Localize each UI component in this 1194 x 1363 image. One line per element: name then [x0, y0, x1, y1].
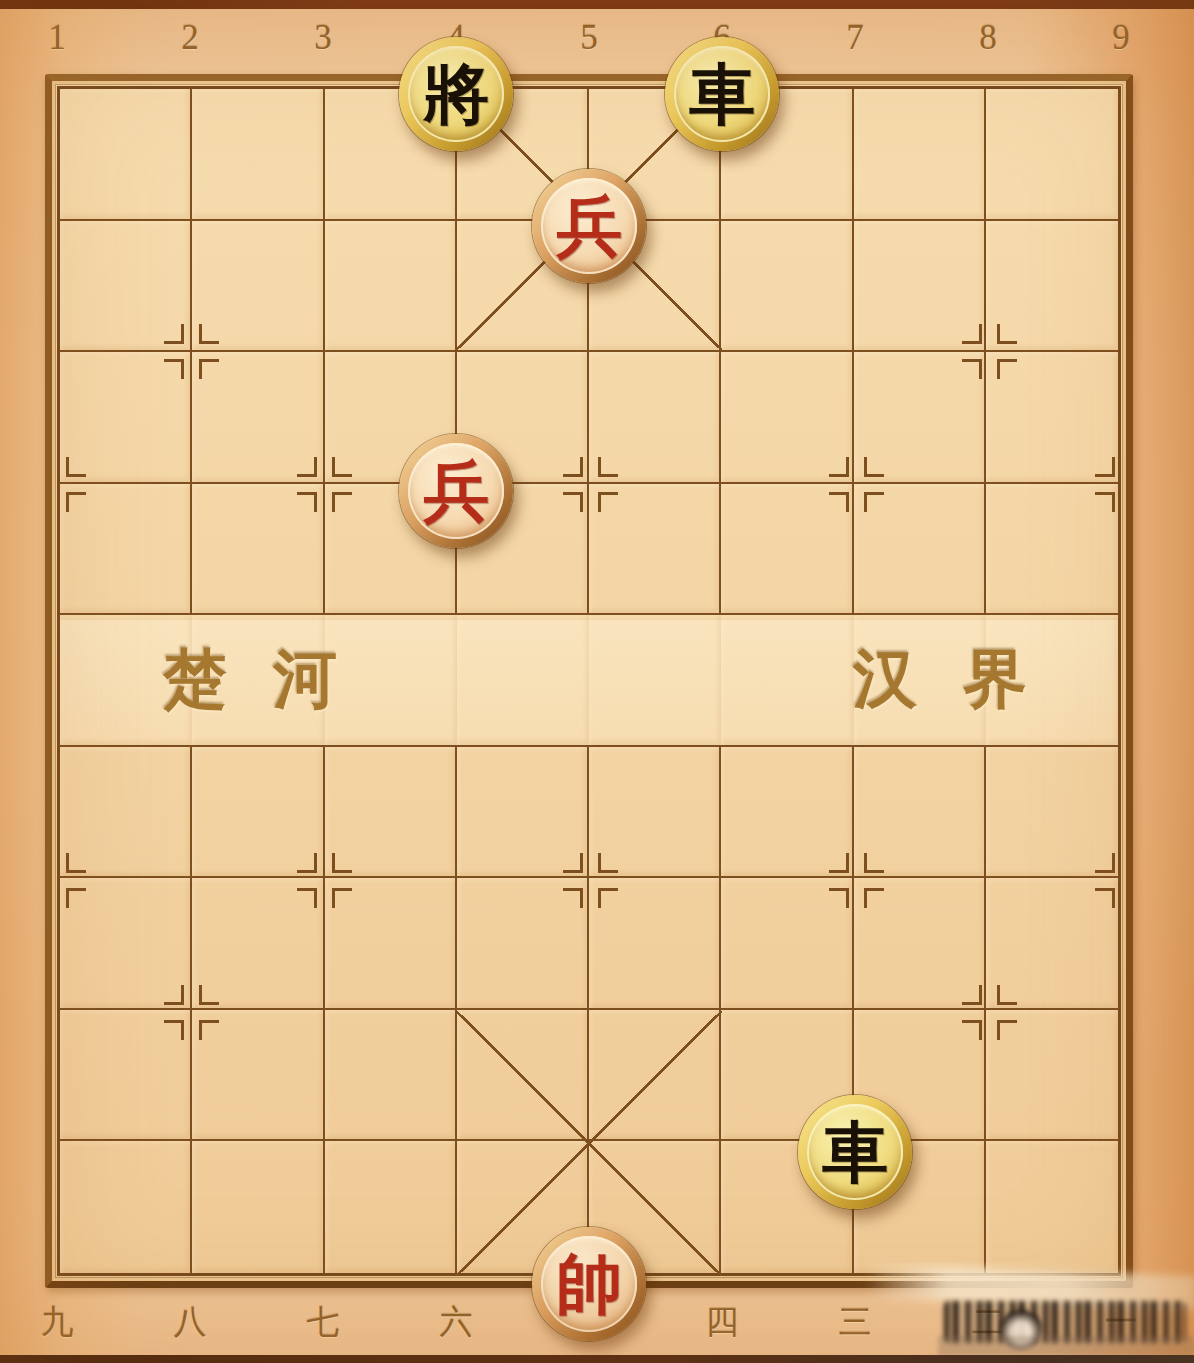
marker-bracket	[829, 888, 849, 908]
marker-bracket	[997, 324, 1017, 344]
board-cell	[986, 89, 1118, 221]
file-label-top: 9	[1112, 18, 1130, 58]
black-chariot[interactable]: 車	[665, 37, 779, 151]
file-label-bottom: 七	[307, 1300, 340, 1345]
file-label-top: 1	[48, 18, 66, 58]
marker-bracket	[598, 888, 618, 908]
file-label-top: 7	[846, 18, 864, 58]
piece-glyph: 帥	[556, 1251, 622, 1317]
file-label-bottom: 八	[174, 1300, 207, 1345]
piece-glyph: 車	[822, 1119, 888, 1185]
marker-bracket	[199, 324, 219, 344]
marker-bracket	[66, 888, 86, 908]
marker-bracket	[66, 457, 86, 477]
marker-bracket	[1095, 457, 1115, 477]
marker-bracket	[829, 457, 849, 477]
file-label-bottom: 九	[41, 1300, 74, 1345]
file-label-top: 3	[314, 18, 332, 58]
marker-bracket	[66, 853, 86, 873]
marker-bracket	[563, 888, 583, 908]
marker-bracket	[563, 492, 583, 512]
board-cell	[854, 89, 986, 221]
top-border-bar	[0, 0, 1194, 9]
river-cell	[589, 615, 721, 747]
marker-bracket	[297, 888, 317, 908]
board-cell	[325, 221, 457, 353]
marker-bracket	[864, 853, 884, 873]
marker-bracket	[297, 853, 317, 873]
marker-bracket	[66, 492, 86, 512]
marker-bracket	[962, 1020, 982, 1040]
red-soldier[interactable]: 兵	[532, 169, 646, 283]
marker-bracket	[962, 359, 982, 379]
marker-bracket	[962, 985, 982, 1005]
river-cell	[457, 615, 589, 747]
marker-bracket	[598, 492, 618, 512]
board-cell	[589, 1010, 721, 1142]
marker-bracket	[997, 1020, 1017, 1040]
piece-glyph: 將	[423, 61, 489, 127]
board-cell	[192, 1141, 324, 1273]
piece-glyph: 兵	[556, 193, 622, 259]
file-label-bottom: 六	[440, 1300, 473, 1345]
board-cell	[721, 221, 853, 353]
board-cell	[325, 1010, 457, 1142]
marker-bracket	[598, 457, 618, 477]
board-cell	[60, 89, 192, 221]
marker-bracket	[164, 359, 184, 379]
marker-bracket	[997, 359, 1017, 379]
board-cell	[986, 1141, 1118, 1273]
watermark-artifact-blocks	[938, 1336, 1194, 1356]
marker-bracket	[199, 1020, 219, 1040]
marker-bracket	[563, 457, 583, 477]
river-text-right: 汉界	[853, 648, 1073, 712]
marker-bracket	[864, 457, 884, 477]
marker-bracket	[199, 985, 219, 1005]
marker-bracket	[997, 985, 1017, 1005]
red-general[interactable]: 帥	[532, 1227, 646, 1341]
board-cell	[60, 1141, 192, 1273]
black-general[interactable]: 將	[399, 37, 513, 151]
file-label-bottom: 三	[839, 1300, 872, 1345]
marker-bracket	[164, 1020, 184, 1040]
river-text-left: 楚河	[163, 648, 383, 712]
board-cell	[325, 1141, 457, 1273]
file-label-top: 2	[181, 18, 199, 58]
marker-bracket	[829, 492, 849, 512]
piece-glyph: 車	[689, 61, 755, 127]
bottom-border-bar	[0, 1355, 1194, 1363]
marker-bracket	[332, 457, 352, 477]
marker-bracket	[164, 324, 184, 344]
marker-bracket	[1095, 888, 1115, 908]
file-label-bottom: 四	[706, 1300, 739, 1345]
marker-bracket	[199, 359, 219, 379]
marker-bracket	[864, 492, 884, 512]
marker-bracket	[829, 853, 849, 873]
marker-bracket	[864, 888, 884, 908]
file-label-top: 8	[979, 18, 997, 58]
marker-bracket	[297, 492, 317, 512]
marker-bracket	[332, 492, 352, 512]
marker-bracket	[332, 853, 352, 873]
marker-bracket	[164, 985, 184, 1005]
board-cell	[192, 89, 324, 221]
marker-bracket	[1095, 853, 1115, 873]
marker-bracket	[962, 324, 982, 344]
river-cell	[721, 615, 853, 747]
file-label-top: 5	[580, 18, 598, 58]
marker-bracket	[598, 853, 618, 873]
red-soldier[interactable]: 兵	[399, 434, 513, 548]
marker-bracket	[1095, 492, 1115, 512]
xiangqi-screenshot: 楚河 汉界 123456789 九八七六五四三二一 將車兵兵車帥	[0, 0, 1194, 1363]
marker-bracket	[563, 853, 583, 873]
board-cell	[457, 1010, 589, 1142]
marker-bracket	[297, 457, 317, 477]
black-chariot[interactable]: 車	[798, 1095, 912, 1209]
marker-bracket	[332, 888, 352, 908]
piece-glyph: 兵	[423, 458, 489, 524]
